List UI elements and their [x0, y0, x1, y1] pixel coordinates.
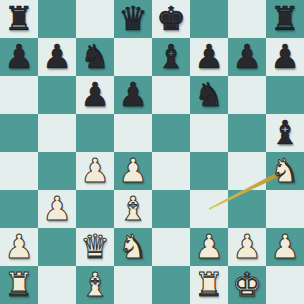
piece-white-pawn-b3[interactable]: ♟ — [38, 190, 76, 228]
piece-black-pawn-c6[interactable]: ♟ — [76, 76, 114, 114]
piece-black-king-e8[interactable]: ♚ — [152, 0, 190, 38]
piece-black-knight-c7[interactable]: ♞ — [76, 38, 114, 76]
piece-white-knight-d2[interactable]: ♞ — [114, 228, 152, 266]
piece-black-pawn-g7[interactable]: ♟ — [228, 38, 266, 76]
piece-white-rook-a1[interactable]: ♜ — [0, 266, 38, 304]
piece-white-pawn-d4[interactable]: ♟ — [114, 152, 152, 190]
piece-white-pawn-f2[interactable]: ♟ — [190, 228, 228, 266]
piece-white-queen-c2[interactable]: ♛ — [76, 228, 114, 266]
piece-white-pawn-h2[interactable]: ♟ — [266, 228, 304, 266]
piece-black-pawn-d6[interactable]: ♟ — [114, 76, 152, 114]
piece-white-rook-f1[interactable]: ♜ — [190, 266, 228, 304]
piece-black-knight-f6[interactable]: ♞ — [190, 76, 228, 114]
piece-white-pawn-g2[interactable]: ♟ — [228, 228, 266, 266]
piece-black-bishop-e7[interactable]: ♝ — [152, 38, 190, 76]
piece-white-bishop-c1[interactable]: ♝ — [76, 266, 114, 304]
piece-black-pawn-f7[interactable]: ♟ — [190, 38, 228, 76]
piece-black-pawn-b7[interactable]: ♟ — [38, 38, 76, 76]
piece-white-bishop-d3[interactable]: ♝ — [114, 190, 152, 228]
piece-black-rook-h8[interactable]: ♜ — [266, 0, 304, 38]
piece-white-pawn-a2[interactable]: ♟ — [0, 228, 38, 266]
piece-white-king-g1[interactable]: ♚ — [228, 266, 266, 304]
piece-black-pawn-h7[interactable]: ♟ — [266, 38, 304, 76]
piece-layer: ♜♛♚♜♟♟♞♝♟♟♟♟♟♞♝♟♟♞♟♝♟♛♞♟♟♟♜♝♜♚ — [0, 0, 304, 304]
piece-black-queen-d8[interactable]: ♛ — [114, 0, 152, 38]
piece-black-rook-a8[interactable]: ♜ — [0, 0, 38, 38]
chess-board: ♜♛♚♜♟♟♞♝♟♟♟♟♟♞♝♟♟♞♟♝♟♛♞♟♟♟♜♝♜♚ — [0, 0, 304, 304]
piece-black-pawn-a7[interactable]: ♟ — [0, 38, 38, 76]
piece-white-knight-h4[interactable]: ♞ — [266, 152, 304, 190]
piece-black-bishop-h5[interactable]: ♝ — [266, 114, 304, 152]
piece-white-pawn-c4[interactable]: ♟ — [76, 152, 114, 190]
